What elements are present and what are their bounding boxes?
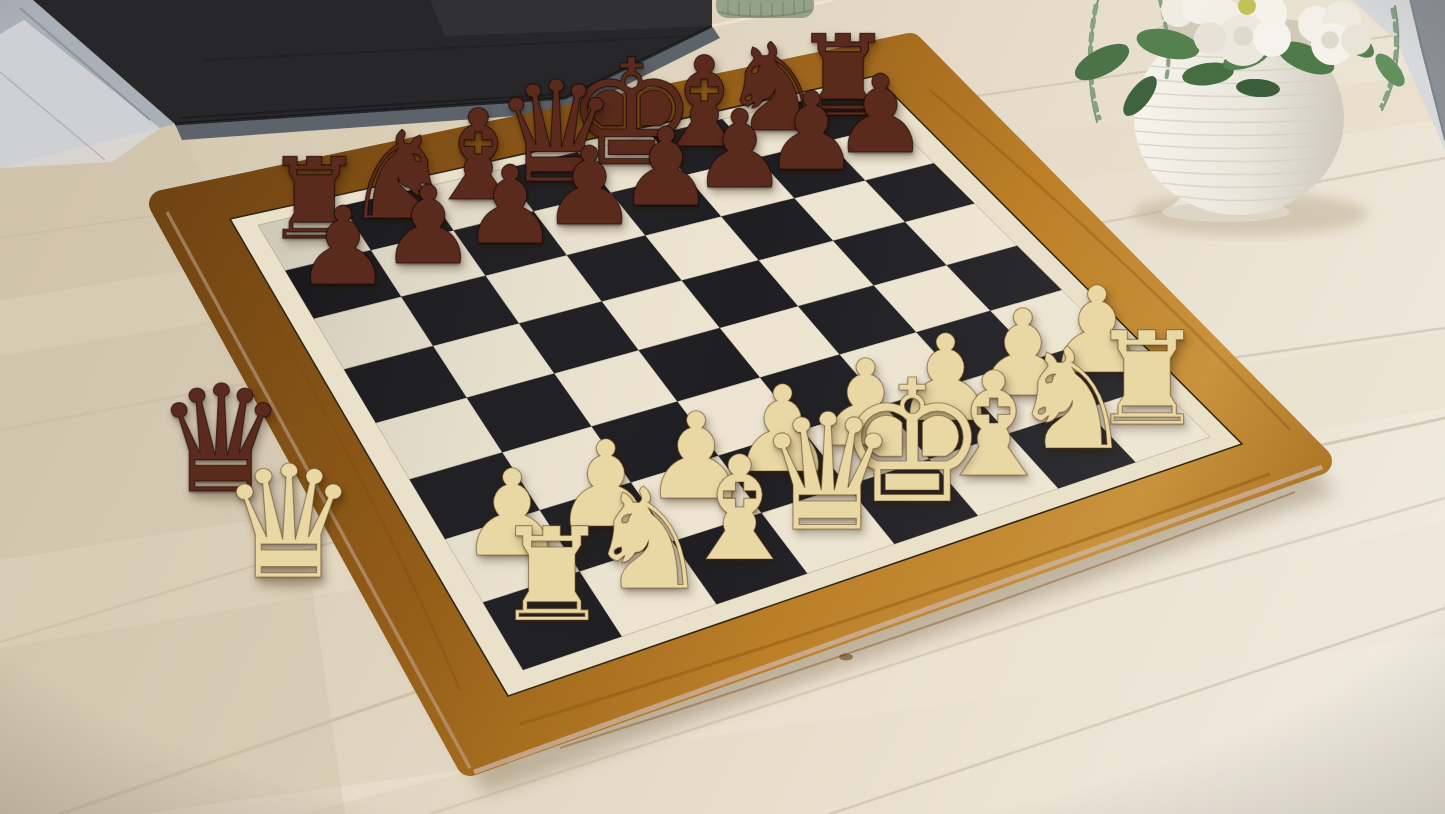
piece-white-rook-a1[interactable]: ♜ bbox=[494, 511, 610, 640]
spare-white-queen[interactable]: ♛ bbox=[219, 445, 359, 601]
pieces-layer: ♜♞♝♟♚♟♛♟♝♟♞♟♜♟♟♟♟♟♟♜♟♞♟♝♛♟♚♟♛♟♝♛♞♜ bbox=[0, 0, 1445, 814]
photo-scene: ♜♞♝♟♚♟♛♟♝♟♞♟♜♟♟♟♟♟♟♜♟♞♟♝♛♟♚♟♛♟♝♛♞♜ bbox=[0, 0, 1445, 814]
piece-black-pawn-b7[interactable]: ♟ bbox=[380, 172, 477, 280]
piece-black-pawn-a7[interactable]: ♟ bbox=[295, 193, 392, 301]
